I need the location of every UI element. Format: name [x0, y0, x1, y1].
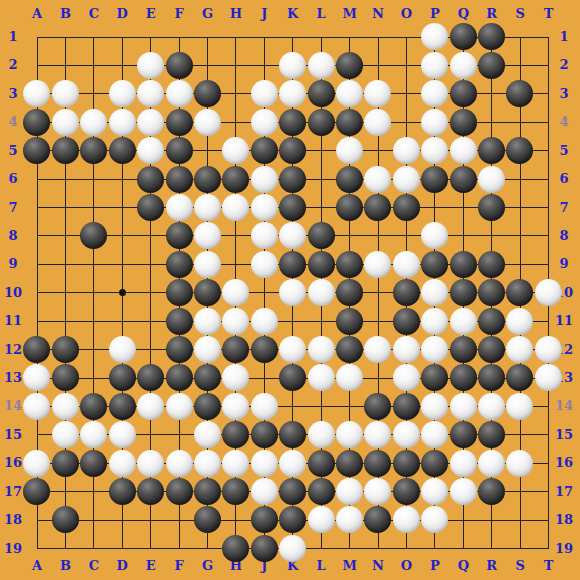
black-stone[interactable] — [194, 478, 221, 505]
white-stone[interactable] — [222, 194, 249, 221]
black-stone[interactable] — [80, 222, 107, 249]
black-stone[interactable] — [166, 109, 193, 136]
white-stone[interactable] — [393, 166, 420, 193]
white-stone[interactable] — [222, 279, 249, 306]
white-stone[interactable] — [166, 393, 193, 420]
white-stone[interactable] — [279, 80, 306, 107]
black-stone[interactable] — [23, 137, 50, 164]
black-stone[interactable] — [450, 251, 477, 278]
column-label-top-P: P — [422, 6, 448, 22]
black-stone[interactable] — [336, 336, 363, 363]
black-stone[interactable] — [52, 137, 79, 164]
black-stone[interactable] — [478, 23, 505, 50]
black-stone[interactable] — [336, 279, 363, 306]
white-stone[interactable] — [279, 52, 306, 79]
white-stone[interactable] — [393, 137, 420, 164]
white-stone[interactable] — [194, 450, 221, 477]
white-stone[interactable] — [506, 450, 533, 477]
go-app-window: AABBCCDDEEFFGGHHJJKKLLMMNNOOPPQQRRSSTT11… — [0, 0, 580, 580]
white-stone[interactable] — [336, 478, 363, 505]
white-stone[interactable] — [308, 336, 335, 363]
black-stone[interactable] — [478, 251, 505, 278]
black-stone[interactable] — [308, 109, 335, 136]
white-stone[interactable] — [251, 308, 278, 335]
white-stone[interactable] — [364, 336, 391, 363]
white-stone[interactable] — [109, 109, 136, 136]
black-stone[interactable] — [279, 506, 306, 533]
white-stone[interactable] — [109, 421, 136, 448]
white-stone[interactable] — [80, 109, 107, 136]
black-stone[interactable] — [52, 450, 79, 477]
black-stone[interactable] — [194, 506, 221, 533]
black-stone[interactable] — [478, 308, 505, 335]
column-label-top-T: T — [536, 6, 562, 22]
white-stone[interactable] — [450, 308, 477, 335]
black-stone[interactable] — [308, 478, 335, 505]
white-stone[interactable] — [109, 450, 136, 477]
black-stone[interactable] — [308, 251, 335, 278]
black-stone[interactable] — [166, 137, 193, 164]
white-stone[interactable] — [364, 109, 391, 136]
white-stone[interactable] — [336, 506, 363, 533]
black-stone[interactable] — [478, 194, 505, 221]
black-stone[interactable] — [194, 393, 221, 420]
column-label-top-O: O — [393, 6, 419, 22]
black-stone[interactable] — [506, 137, 533, 164]
black-stone[interactable] — [421, 450, 448, 477]
black-stone[interactable] — [137, 194, 164, 221]
black-stone[interactable] — [450, 364, 477, 391]
black-stone[interactable] — [23, 478, 50, 505]
black-stone[interactable] — [450, 23, 477, 50]
column-label-top-M: M — [337, 6, 363, 22]
black-stone[interactable] — [450, 80, 477, 107]
black-stone[interactable] — [506, 279, 533, 306]
stone-grid[interactable] — [23, 23, 563, 563]
black-stone[interactable] — [194, 279, 221, 306]
white-stone[interactable] — [421, 137, 448, 164]
black-stone[interactable] — [251, 336, 278, 363]
white-stone[interactable] — [450, 52, 477, 79]
white-stone[interactable] — [308, 279, 335, 306]
white-stone[interactable] — [450, 478, 477, 505]
black-stone[interactable] — [308, 450, 335, 477]
column-label-top-L: L — [308, 6, 334, 22]
column-label-top-D: D — [109, 6, 135, 22]
white-stone[interactable] — [336, 137, 363, 164]
white-stone[interactable] — [421, 279, 448, 306]
black-stone[interactable] — [222, 535, 249, 562]
white-stone[interactable] — [478, 166, 505, 193]
black-stone[interactable] — [450, 279, 477, 306]
white-stone[interactable] — [251, 450, 278, 477]
white-stone[interactable] — [251, 251, 278, 278]
white-stone[interactable] — [506, 336, 533, 363]
black-stone[interactable] — [421, 364, 448, 391]
white-stone[interactable] — [421, 393, 448, 420]
white-stone[interactable] — [194, 109, 221, 136]
white-stone[interactable] — [421, 336, 448, 363]
white-stone[interactable] — [194, 421, 221, 448]
white-stone[interactable] — [279, 535, 306, 562]
white-stone[interactable] — [137, 393, 164, 420]
black-stone[interactable] — [166, 279, 193, 306]
white-stone[interactable] — [478, 393, 505, 420]
black-stone[interactable] — [166, 308, 193, 335]
column-label-top-J: J — [251, 6, 277, 22]
black-stone[interactable] — [137, 478, 164, 505]
white-stone[interactable] — [194, 194, 221, 221]
white-stone[interactable] — [421, 109, 448, 136]
white-stone[interactable] — [364, 478, 391, 505]
black-stone[interactable] — [393, 478, 420, 505]
white-stone[interactable] — [421, 80, 448, 107]
black-stone[interactable] — [279, 137, 306, 164]
white-stone[interactable] — [393, 364, 420, 391]
white-stone[interactable] — [52, 421, 79, 448]
white-stone[interactable] — [450, 393, 477, 420]
black-stone[interactable] — [251, 506, 278, 533]
white-stone[interactable] — [109, 336, 136, 363]
black-stone[interactable] — [308, 80, 335, 107]
white-stone[interactable] — [421, 308, 448, 335]
white-stone[interactable] — [137, 109, 164, 136]
black-stone[interactable] — [450, 109, 477, 136]
column-label-top-B: B — [52, 6, 78, 22]
white-stone[interactable] — [421, 23, 448, 50]
black-stone[interactable] — [23, 109, 50, 136]
white-stone[interactable] — [23, 364, 50, 391]
white-stone[interactable] — [506, 393, 533, 420]
black-stone[interactable] — [421, 166, 448, 193]
white-stone[interactable] — [364, 166, 391, 193]
column-label-top-A: A — [24, 6, 50, 22]
white-stone[interactable] — [308, 364, 335, 391]
column-label-top-R: R — [479, 6, 505, 22]
black-stone[interactable] — [109, 364, 136, 391]
black-stone[interactable] — [393, 194, 420, 221]
white-stone[interactable] — [251, 222, 278, 249]
white-stone[interactable] — [421, 506, 448, 533]
white-stone[interactable] — [450, 137, 477, 164]
black-stone[interactable] — [421, 251, 448, 278]
white-stone[interactable] — [251, 194, 278, 221]
black-stone[interactable] — [137, 166, 164, 193]
white-stone[interactable] — [23, 393, 50, 420]
column-label-top-E: E — [138, 6, 164, 22]
black-stone[interactable] — [393, 308, 420, 335]
white-stone[interactable] — [251, 80, 278, 107]
white-stone[interactable] — [421, 478, 448, 505]
black-stone[interactable] — [336, 109, 363, 136]
black-stone[interactable] — [478, 336, 505, 363]
white-stone[interactable] — [166, 80, 193, 107]
white-stone[interactable] — [80, 421, 107, 448]
white-stone[interactable] — [251, 109, 278, 136]
black-stone[interactable] — [450, 166, 477, 193]
white-stone[interactable] — [308, 52, 335, 79]
black-stone[interactable] — [336, 308, 363, 335]
white-stone[interactable] — [222, 393, 249, 420]
white-stone[interactable] — [222, 308, 249, 335]
white-stone[interactable] — [251, 166, 278, 193]
white-stone[interactable] — [194, 251, 221, 278]
black-stone[interactable] — [478, 478, 505, 505]
white-stone[interactable] — [137, 80, 164, 107]
black-stone[interactable] — [478, 364, 505, 391]
black-stone[interactable] — [194, 80, 221, 107]
white-stone[interactable] — [364, 421, 391, 448]
black-stone[interactable] — [166, 222, 193, 249]
black-stone[interactable] — [279, 166, 306, 193]
black-stone[interactable] — [279, 478, 306, 505]
white-stone[interactable] — [421, 222, 448, 249]
white-stone[interactable] — [450, 450, 477, 477]
white-stone[interactable] — [166, 450, 193, 477]
black-stone[interactable] — [279, 364, 306, 391]
black-stone[interactable] — [364, 450, 391, 477]
black-stone[interactable] — [222, 478, 249, 505]
black-stone[interactable] — [166, 364, 193, 391]
white-stone[interactable] — [251, 393, 278, 420]
black-stone[interactable] — [393, 393, 420, 420]
black-stone[interactable] — [393, 450, 420, 477]
white-stone[interactable] — [393, 421, 420, 448]
white-stone[interactable] — [137, 52, 164, 79]
black-stone[interactable] — [279, 194, 306, 221]
black-stone[interactable] — [279, 109, 306, 136]
white-stone[interactable] — [279, 279, 306, 306]
white-stone[interactable] — [364, 80, 391, 107]
white-stone[interactable] — [222, 364, 249, 391]
black-stone[interactable] — [166, 336, 193, 363]
white-stone[interactable] — [393, 336, 420, 363]
white-stone[interactable] — [535, 336, 562, 363]
black-stone[interactable] — [336, 166, 363, 193]
black-stone[interactable] — [194, 364, 221, 391]
column-label-top-C: C — [81, 6, 107, 22]
white-stone[interactable] — [279, 336, 306, 363]
black-stone[interactable] — [222, 166, 249, 193]
white-stone[interactable] — [421, 421, 448, 448]
column-label-top-F: F — [166, 6, 192, 22]
black-stone[interactable] — [222, 421, 249, 448]
black-stone[interactable] — [80, 393, 107, 420]
black-stone[interactable] — [308, 222, 335, 249]
black-stone[interactable] — [478, 279, 505, 306]
white-stone[interactable] — [52, 109, 79, 136]
white-stone[interactable] — [166, 194, 193, 221]
white-stone[interactable] — [137, 450, 164, 477]
white-stone[interactable] — [23, 80, 50, 107]
column-label-top-S: S — [507, 6, 533, 22]
white-stone[interactable] — [336, 364, 363, 391]
white-stone[interactable] — [535, 279, 562, 306]
white-stone[interactable] — [506, 308, 533, 335]
white-stone[interactable] — [23, 450, 50, 477]
black-stone[interactable] — [251, 535, 278, 562]
black-stone[interactable] — [251, 137, 278, 164]
column-label-top-H: H — [223, 6, 249, 22]
white-stone[interactable] — [194, 222, 221, 249]
black-stone[interactable] — [336, 52, 363, 79]
black-stone[interactable] — [166, 478, 193, 505]
black-stone[interactable] — [506, 80, 533, 107]
black-stone[interactable] — [109, 478, 136, 505]
black-stone[interactable] — [336, 450, 363, 477]
black-stone[interactable] — [336, 194, 363, 221]
white-stone[interactable] — [137, 137, 164, 164]
black-stone[interactable] — [478, 137, 505, 164]
white-stone[interactable] — [279, 222, 306, 249]
white-stone[interactable] — [52, 80, 79, 107]
white-stone[interactable] — [109, 80, 136, 107]
white-stone[interactable] — [308, 421, 335, 448]
black-stone[interactable] — [222, 336, 249, 363]
black-stone[interactable] — [450, 336, 477, 363]
black-stone[interactable] — [166, 166, 193, 193]
black-stone[interactable] — [109, 137, 136, 164]
black-stone[interactable] — [279, 421, 306, 448]
column-label-top-K: K — [280, 6, 306, 22]
white-stone[interactable] — [336, 421, 363, 448]
white-stone[interactable] — [52, 393, 79, 420]
black-stone[interactable] — [109, 393, 136, 420]
white-stone[interactable] — [364, 251, 391, 278]
black-stone[interactable] — [251, 421, 278, 448]
black-stone[interactable] — [52, 336, 79, 363]
black-stone[interactable] — [364, 194, 391, 221]
white-stone[interactable] — [535, 364, 562, 391]
black-stone[interactable] — [137, 364, 164, 391]
black-stone[interactable] — [364, 506, 391, 533]
white-stone[interactable] — [222, 450, 249, 477]
black-stone[interactable] — [506, 364, 533, 391]
white-stone[interactable] — [251, 478, 278, 505]
column-label-top-Q: Q — [450, 6, 476, 22]
go-board[interactable]: AABBCCDDEEFFGGHHJJKKLLMMNNOOPPQQRRSSTT11… — [0, 0, 580, 580]
white-stone[interactable] — [393, 506, 420, 533]
black-stone[interactable] — [80, 137, 107, 164]
white-stone[interactable] — [336, 80, 363, 107]
black-stone[interactable] — [23, 336, 50, 363]
column-label-top-N: N — [365, 6, 391, 22]
black-stone[interactable] — [166, 251, 193, 278]
white-stone[interactable] — [478, 450, 505, 477]
white-stone[interactable] — [279, 450, 306, 477]
white-stone[interactable] — [308, 506, 335, 533]
black-stone[interactable] — [166, 52, 193, 79]
black-stone[interactable] — [364, 393, 391, 420]
black-stone[interactable] — [80, 450, 107, 477]
black-stone[interactable] — [336, 251, 363, 278]
black-stone[interactable] — [450, 421, 477, 448]
black-stone[interactable] — [478, 52, 505, 79]
black-stone[interactable] — [393, 279, 420, 306]
black-stone[interactable] — [478, 421, 505, 448]
white-stone[interactable] — [194, 336, 221, 363]
column-label-top-G: G — [195, 6, 221, 22]
white-stone[interactable] — [393, 251, 420, 278]
black-stone[interactable] — [279, 251, 306, 278]
black-stone[interactable] — [52, 364, 79, 391]
white-stone[interactable] — [222, 137, 249, 164]
white-stone[interactable] — [421, 52, 448, 79]
black-stone[interactable] — [194, 166, 221, 193]
black-stone[interactable] — [52, 506, 79, 533]
white-stone[interactable] — [194, 308, 221, 335]
